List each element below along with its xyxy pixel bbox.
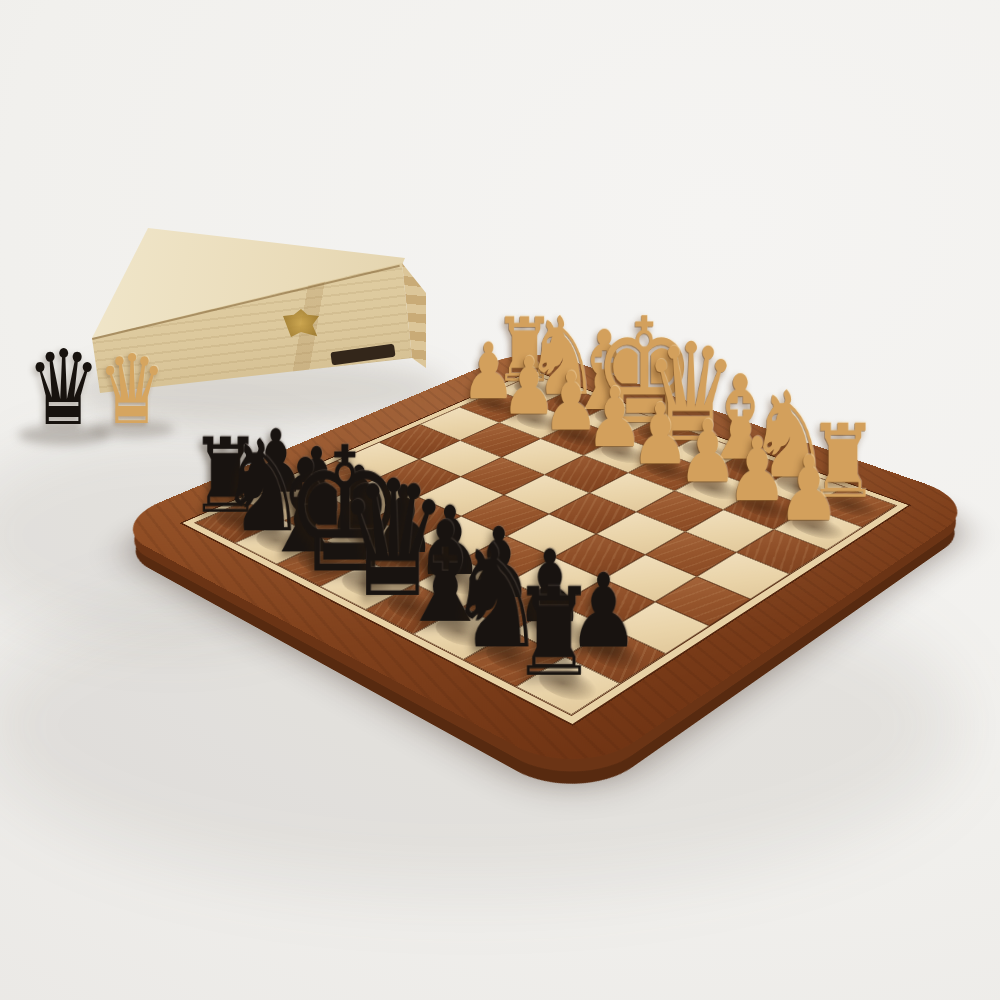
square-a8: ♜ <box>516 657 620 715</box>
board-frame: ♜♞♝♚♛♝♞♜♟♟♟♟♟♟♟♟♟♟♟♟♟♟♟♟♜♞♝♚♛♝♞♜ <box>106 347 982 780</box>
piece-glyph: ♜ <box>479 572 629 694</box>
product-photo-chess-set: ♛ ♛ ♜♞♝♚♛♝♞♜♟♟♟♟♟♟♟♟♟♟♟♟♟♟♟♟♜♞♝♚♛♝♞♜ <box>0 0 1000 1000</box>
playing-area: ♜♞♝♚♛♝♞♜♟♟♟♟♟♟♟♟♟♟♟♟♟♟♟♟♜♞♝♚♛♝♞♜ <box>180 370 912 726</box>
chess-board: ♜♞♝♚♛♝♞♜♟♟♟♟♟♟♟♟♟♟♟♟♟♟♟♟♜♞♝♚♛♝♞♜ <box>106 347 982 780</box>
board-grid: ♜♞♝♚♛♝♞♜♟♟♟♟♟♟♟♟♟♟♟♟♟♟♟♟♜♞♝♚♛♝♞♜ <box>195 375 896 715</box>
board-perspective-scene: ♜♞♝♚♛♝♞♜♟♟♟♟♟♟♟♟♟♟♟♟♟♟♟♟♜♞♝♚♛♝♞♜ <box>0 0 1000 1000</box>
piece-glyph: ♟ <box>745 444 873 534</box>
